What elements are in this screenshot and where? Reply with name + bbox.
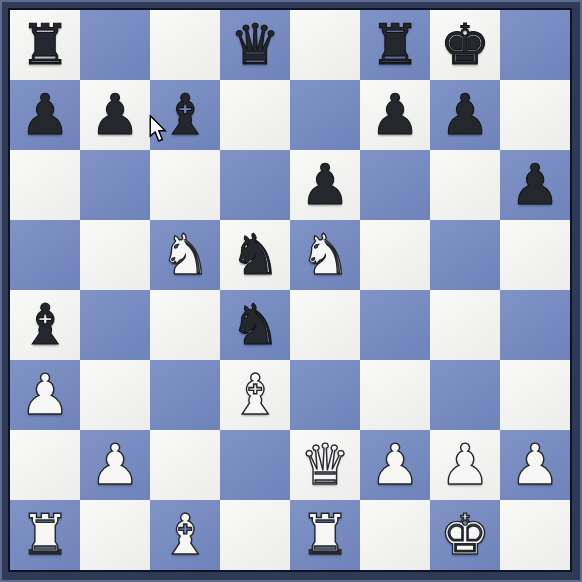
square-d3[interactable]: ♝ — [220, 360, 290, 430]
black-pawn-b7: ♟ — [80, 80, 150, 150]
square-h3[interactable] — [500, 360, 570, 430]
black-rook-f8: ♜ — [360, 10, 430, 80]
white-bishop-d3: ♝ — [220, 360, 290, 430]
square-a5[interactable] — [10, 220, 80, 290]
black-king-g8: ♚ — [430, 10, 500, 80]
black-pawn-e6: ♟ — [290, 150, 360, 220]
black-rook-a8: ♜ — [10, 10, 80, 80]
square-c8[interactable] — [150, 10, 220, 80]
square-f8[interactable]: ♜ — [360, 10, 430, 80]
square-f2[interactable]: ♟ — [360, 430, 430, 500]
square-e1[interactable]: ♜ — [290, 500, 360, 570]
square-h7[interactable] — [500, 80, 570, 150]
square-g3[interactable] — [430, 360, 500, 430]
square-a7[interactable]: ♟ — [10, 80, 80, 150]
black-bishop-c7: ♝ — [150, 80, 220, 150]
white-pawn-a3: ♟ — [10, 360, 80, 430]
square-g5[interactable] — [430, 220, 500, 290]
square-c2[interactable] — [150, 430, 220, 500]
white-rook-e1: ♜ — [290, 500, 360, 570]
square-c4[interactable] — [150, 290, 220, 360]
square-h1[interactable] — [500, 500, 570, 570]
square-b7[interactable]: ♟ — [80, 80, 150, 150]
square-h6[interactable]: ♟ — [500, 150, 570, 220]
square-b8[interactable] — [80, 10, 150, 80]
white-pawn-f2: ♟ — [360, 430, 430, 500]
black-queen-d8: ♛ — [220, 10, 290, 80]
square-f4[interactable] — [360, 290, 430, 360]
square-b4[interactable] — [80, 290, 150, 360]
white-knight-e5: ♞ — [290, 220, 360, 290]
black-knight-d4: ♞ — [220, 290, 290, 360]
square-f6[interactable] — [360, 150, 430, 220]
square-g1[interactable]: ♚ — [430, 500, 500, 570]
square-f7[interactable]: ♟ — [360, 80, 430, 150]
square-e2[interactable]: ♛ — [290, 430, 360, 500]
square-b5[interactable] — [80, 220, 150, 290]
square-f5[interactable] — [360, 220, 430, 290]
square-b3[interactable] — [80, 360, 150, 430]
black-pawn-f7: ♟ — [360, 80, 430, 150]
square-g2[interactable]: ♟ — [430, 430, 500, 500]
square-e3[interactable] — [290, 360, 360, 430]
square-d1[interactable] — [220, 500, 290, 570]
square-d4[interactable]: ♞ — [220, 290, 290, 360]
square-c5[interactable]: ♞ — [150, 220, 220, 290]
white-knight-c5: ♞ — [150, 220, 220, 290]
square-b1[interactable] — [80, 500, 150, 570]
white-pawn-b2: ♟ — [80, 430, 150, 500]
square-g7[interactable]: ♟ — [430, 80, 500, 150]
square-d2[interactable] — [220, 430, 290, 500]
square-c3[interactable] — [150, 360, 220, 430]
square-g8[interactable]: ♚ — [430, 10, 500, 80]
square-a3[interactable]: ♟ — [10, 360, 80, 430]
square-f1[interactable] — [360, 500, 430, 570]
white-rook-a1: ♜ — [10, 500, 80, 570]
black-pawn-a7: ♟ — [10, 80, 80, 150]
square-a2[interactable] — [10, 430, 80, 500]
black-pawn-h6: ♟ — [500, 150, 570, 220]
square-b2[interactable]: ♟ — [80, 430, 150, 500]
white-pawn-h2: ♟ — [500, 430, 570, 500]
white-queen-e2: ♛ — [290, 430, 360, 500]
black-bishop-a4: ♝ — [10, 290, 80, 360]
square-c1[interactable]: ♝ — [150, 500, 220, 570]
black-knight-d5: ♞ — [220, 220, 290, 290]
square-g4[interactable] — [430, 290, 500, 360]
white-bishop-c1: ♝ — [150, 500, 220, 570]
square-f3[interactable] — [360, 360, 430, 430]
square-a6[interactable] — [10, 150, 80, 220]
square-d5[interactable]: ♞ — [220, 220, 290, 290]
square-h5[interactable] — [500, 220, 570, 290]
square-a4[interactable]: ♝ — [10, 290, 80, 360]
square-h4[interactable] — [500, 290, 570, 360]
square-a8[interactable]: ♜ — [10, 10, 80, 80]
black-pawn-g7: ♟ — [430, 80, 500, 150]
white-pawn-g2: ♟ — [430, 430, 500, 500]
chess-board: ♜♛♜♚♟♟♝♟♟♟♟♞♞♞♝♞♟♝♟♛♟♟♟♜♝♜♚ — [10, 10, 570, 570]
square-e7[interactable] — [290, 80, 360, 150]
square-d6[interactable] — [220, 150, 290, 220]
square-b6[interactable] — [80, 150, 150, 220]
square-a1[interactable]: ♜ — [10, 500, 80, 570]
square-c7[interactable]: ♝ — [150, 80, 220, 150]
square-e6[interactable]: ♟ — [290, 150, 360, 220]
square-h2[interactable]: ♟ — [500, 430, 570, 500]
square-e8[interactable] — [290, 10, 360, 80]
square-h8[interactable] — [500, 10, 570, 80]
square-d8[interactable]: ♛ — [220, 10, 290, 80]
white-king-g1: ♚ — [430, 500, 500, 570]
square-e5[interactable]: ♞ — [290, 220, 360, 290]
square-d7[interactable] — [220, 80, 290, 150]
square-g6[interactable] — [430, 150, 500, 220]
square-e4[interactable] — [290, 290, 360, 360]
square-c6[interactable] — [150, 150, 220, 220]
